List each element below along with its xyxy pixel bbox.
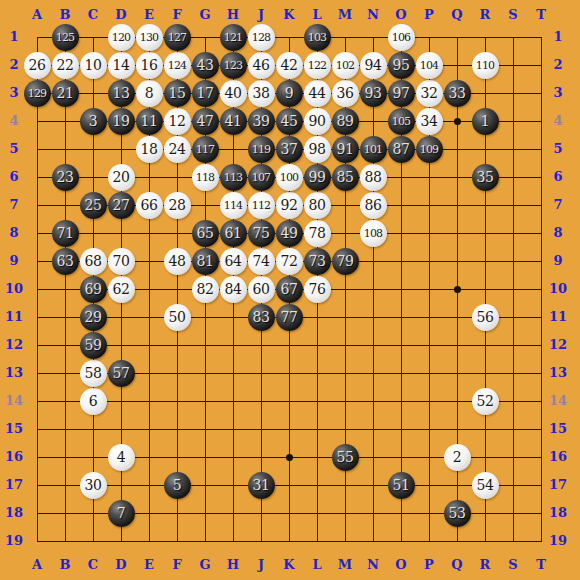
stone-white-50[interactable]: 50 <box>164 304 191 331</box>
stone-white-40[interactable]: 40 <box>220 80 247 107</box>
column-label-E: E <box>135 7 163 23</box>
stone-black-33[interactable]: 33 <box>444 80 471 107</box>
stone-white-28[interactable]: 28 <box>164 192 191 219</box>
stone-white-60[interactable]: 60 <box>248 276 275 303</box>
move-number-label: 14 <box>113 58 130 72</box>
move-number-label: 26 <box>29 58 46 72</box>
stone-black-17[interactable]: 17 <box>192 80 219 107</box>
move-number-label: 59 <box>85 338 102 352</box>
stone-white-70[interactable]: 70 <box>108 248 135 275</box>
move-number-label: 68 <box>85 254 102 268</box>
move-number-label: 64 <box>225 254 242 268</box>
stone-black-31[interactable]: 31 <box>248 472 275 499</box>
move-number-label: 36 <box>337 86 354 100</box>
move-number-label: 76 <box>309 282 326 296</box>
move-number-label: 83 <box>253 310 270 324</box>
move-number-label: 72 <box>281 254 298 268</box>
stone-white-24[interactable]: 24 <box>164 136 191 163</box>
move-number-label: 93 <box>365 86 382 100</box>
move-number-label: 120 <box>112 32 131 43</box>
column-label-T: T <box>527 7 555 23</box>
column-label-B: B <box>51 7 79 23</box>
move-number-label: 20 <box>113 170 130 184</box>
stone-white-66[interactable]: 66 <box>136 192 163 219</box>
stone-white-120[interactable]: 120 <box>108 24 135 51</box>
move-number-label: 29 <box>85 310 102 324</box>
stone-black-83[interactable]: 83 <box>248 304 275 331</box>
column-label-C: C <box>79 7 107 23</box>
stone-white-42[interactable]: 42 <box>276 52 303 79</box>
column-label-A: A <box>23 7 51 23</box>
stone-black-49[interactable]: 49 <box>276 220 303 247</box>
column-label-H: H <box>219 7 247 23</box>
stone-black-27[interactable]: 27 <box>108 192 135 219</box>
stone-black-15[interactable]: 15 <box>164 80 191 107</box>
stone-white-90[interactable]: 90 <box>304 108 331 135</box>
move-number-label: 47 <box>197 114 214 128</box>
move-number-label: 10 <box>85 58 102 72</box>
stone-white-62[interactable]: 62 <box>108 276 135 303</box>
column-labels-bottom: ABCDEFGHJKLMNOPQRST <box>23 557 555 573</box>
column-label-G: G <box>191 557 219 573</box>
move-number-label: 31 <box>253 478 270 492</box>
move-number-label: 98 <box>309 142 326 156</box>
stone-black-29[interactable]: 29 <box>80 304 107 331</box>
move-number-label: 106 <box>392 32 411 43</box>
stone-black-25[interactable]: 25 <box>80 192 107 219</box>
move-number-label: 128 <box>252 32 271 43</box>
column-labels-top: ABCDEFGHJKLMNOPQRST <box>23 7 555 23</box>
stone-black-117[interactable]: 117 <box>192 136 219 163</box>
column-label-M: M <box>331 557 359 573</box>
stone-black-23[interactable]: 23 <box>52 164 79 191</box>
move-number-label: 101 <box>364 144 383 155</box>
move-number-label: 123 <box>224 60 243 71</box>
column-label-L: L <box>303 7 331 23</box>
move-number-label: 104 <box>420 60 439 71</box>
move-number-label: 44 <box>309 86 326 100</box>
stone-black-59[interactable]: 59 <box>80 332 107 359</box>
stone-black-107[interactable]: 107 <box>248 164 275 191</box>
stone-white-128[interactable]: 128 <box>248 24 275 51</box>
column-label-K: K <box>275 557 303 573</box>
move-number-label: 97 <box>393 86 410 100</box>
stone-white-54[interactable]: 54 <box>472 472 499 499</box>
move-number-label: 28 <box>169 198 186 212</box>
stone-black-71[interactable]: 71 <box>52 220 79 247</box>
move-number-label: 50 <box>169 310 186 324</box>
move-number-label: 49 <box>281 226 298 240</box>
move-number-label: 87 <box>393 142 410 156</box>
stone-white-22[interactable]: 22 <box>52 52 79 79</box>
move-number-label: 103 <box>308 32 327 43</box>
move-number-label: 90 <box>309 114 326 128</box>
move-number-label: 33 <box>449 86 466 100</box>
stone-white-92[interactable]: 92 <box>276 192 303 219</box>
move-number-label: 15 <box>169 86 186 100</box>
column-label-N: N <box>359 7 387 23</box>
move-number-label: 18 <box>141 142 158 156</box>
stone-white-100[interactable]: 100 <box>276 164 303 191</box>
stone-black-93[interactable]: 93 <box>360 80 387 107</box>
move-number-label: 54 <box>477 478 494 492</box>
move-number-label: 102 <box>336 60 355 71</box>
stone-black-43[interactable]: 43 <box>192 52 219 79</box>
move-number-label: 51 <box>393 478 410 492</box>
stone-black-103[interactable]: 103 <box>304 24 331 51</box>
stone-white-108[interactable]: 108 <box>360 220 387 247</box>
move-number-label: 22 <box>57 58 74 72</box>
column-label-J: J <box>247 7 275 23</box>
move-number-label: 95 <box>393 58 410 72</box>
move-number-label: 67 <box>281 282 298 296</box>
move-number-label: 91 <box>337 142 354 156</box>
stone-white-122[interactable]: 122 <box>304 52 331 79</box>
stone-white-26[interactable]: 26 <box>24 52 51 79</box>
move-number-label: 74 <box>253 254 270 268</box>
stone-white-64[interactable]: 64 <box>220 248 247 275</box>
stone-white-76[interactable]: 76 <box>304 276 331 303</box>
column-label-O: O <box>387 557 415 573</box>
move-number-label: 119 <box>252 144 271 155</box>
column-label-B: B <box>51 557 79 573</box>
move-number-label: 112 <box>252 200 271 211</box>
move-number-label: 99 <box>309 170 326 184</box>
move-number-label: 46 <box>253 58 270 72</box>
stone-black-81[interactable]: 81 <box>192 248 219 275</box>
stone-black-1[interactable]: 1 <box>472 108 499 135</box>
stone-black-3[interactable]: 3 <box>80 108 107 135</box>
move-number-label: 130 <box>140 32 159 43</box>
stone-black-97[interactable]: 97 <box>388 80 415 107</box>
column-label-R: R <box>471 557 499 573</box>
stone-black-119[interactable]: 119 <box>248 136 275 163</box>
move-number-label: 85 <box>337 170 354 184</box>
column-label-M: M <box>331 7 359 23</box>
move-number-label: 11 <box>141 114 158 128</box>
column-label-S: S <box>499 7 527 23</box>
move-number-label: 9 <box>285 86 293 100</box>
move-number-label: 61 <box>225 226 242 240</box>
stone-black-127[interactable]: 127 <box>164 24 191 51</box>
move-number-label: 65 <box>197 226 214 240</box>
stone-white-46[interactable]: 46 <box>248 52 275 79</box>
stone-black-79[interactable]: 79 <box>332 248 359 275</box>
stone-white-12[interactable]: 12 <box>164 108 191 135</box>
stone-black-87[interactable]: 87 <box>388 136 415 163</box>
stone-black-51[interactable]: 51 <box>388 472 415 499</box>
stone-black-95[interactable]: 95 <box>388 52 415 79</box>
stone-white-118[interactable]: 118 <box>192 164 219 191</box>
move-number-label: 52 <box>477 394 494 408</box>
stone-white-74[interactable]: 74 <box>248 248 275 275</box>
stone-black-123[interactable]: 123 <box>220 52 247 79</box>
column-label-O: O <box>387 7 415 23</box>
move-number-label: 58 <box>85 366 102 380</box>
stone-white-104[interactable]: 104 <box>416 52 443 79</box>
move-number-label: 100 <box>280 172 299 183</box>
move-number-label: 73 <box>309 254 326 268</box>
move-number-label: 3 <box>89 114 97 128</box>
stone-white-4[interactable]: 4 <box>108 444 135 471</box>
stone-white-94[interactable]: 94 <box>360 52 387 79</box>
stone-white-88[interactable]: 88 <box>360 164 387 191</box>
column-label-F: F <box>163 557 191 573</box>
move-number-label: 63 <box>57 254 74 268</box>
stone-black-85[interactable]: 85 <box>332 164 359 191</box>
stone-black-99[interactable]: 99 <box>304 164 331 191</box>
stone-black-35[interactable]: 35 <box>472 164 499 191</box>
move-number-label: 107 <box>252 172 271 183</box>
go-board: ABCDEFGHJKLMNOPQRST ABCDEFGHJKLMNOPQRST … <box>0 0 580 580</box>
column-label-T: T <box>527 557 555 573</box>
move-number-label: 13 <box>113 86 130 100</box>
move-number-label: 12 <box>169 114 186 128</box>
move-number-label: 105 <box>392 116 411 127</box>
stone-white-78[interactable]: 78 <box>304 220 331 247</box>
stone-black-21[interactable]: 21 <box>52 80 79 107</box>
column-label-H: H <box>219 557 247 573</box>
stone-white-82[interactable]: 82 <box>192 276 219 303</box>
move-number-label: 122 <box>308 60 327 71</box>
move-number-label: 19 <box>113 114 130 128</box>
move-number-label: 114 <box>224 200 243 211</box>
move-number-label: 38 <box>253 86 270 100</box>
stone-black-67[interactable]: 67 <box>276 276 303 303</box>
stone-white-48[interactable]: 48 <box>164 248 191 275</box>
move-number-label: 8 <box>145 86 153 100</box>
stone-white-112[interactable]: 112 <box>248 192 275 219</box>
stone-black-19[interactable]: 19 <box>108 108 135 135</box>
move-number-label: 80 <box>309 198 326 212</box>
move-number-label: 24 <box>169 142 186 156</box>
move-number-label: 70 <box>113 254 130 268</box>
stone-black-5[interactable]: 5 <box>164 472 191 499</box>
stone-black-89[interactable]: 89 <box>332 108 359 135</box>
move-number-label: 94 <box>365 58 382 72</box>
column-label-S: S <box>499 557 527 573</box>
stone-white-102[interactable]: 102 <box>332 52 359 79</box>
stone-black-55[interactable]: 55 <box>332 444 359 471</box>
move-number-label: 121 <box>224 32 243 43</box>
stone-black-73[interactable]: 73 <box>304 248 331 275</box>
stone-white-52[interactable]: 52 <box>472 388 499 415</box>
move-number-label: 110 <box>476 60 495 71</box>
stone-white-6[interactable]: 6 <box>80 388 107 415</box>
column-label-P: P <box>415 557 443 573</box>
move-number-label: 57 <box>113 366 130 380</box>
move-number-label: 86 <box>365 198 382 212</box>
stone-black-45[interactable]: 45 <box>276 108 303 135</box>
stone-white-86[interactable]: 86 <box>360 192 387 219</box>
stone-white-10[interactable]: 10 <box>80 52 107 79</box>
move-number-label: 25 <box>85 198 102 212</box>
stone-white-114[interactable]: 114 <box>220 192 247 219</box>
stone-black-75[interactable]: 75 <box>248 220 275 247</box>
stone-white-84[interactable]: 84 <box>220 276 247 303</box>
move-number-label: 78 <box>309 226 326 240</box>
move-number-label: 16 <box>141 58 158 72</box>
move-number-label: 35 <box>477 170 494 184</box>
stone-white-2[interactable]: 2 <box>444 444 471 471</box>
column-label-P: P <box>415 7 443 23</box>
move-number-label: 88 <box>365 170 382 184</box>
stone-black-61[interactable]: 61 <box>220 220 247 247</box>
stone-black-37[interactable]: 37 <box>276 136 303 163</box>
column-label-J: J <box>247 557 275 573</box>
move-number-label: 60 <box>253 282 270 296</box>
stone-white-38[interactable]: 38 <box>248 80 275 107</box>
move-number-label: 42 <box>281 58 298 72</box>
move-number-label: 71 <box>57 226 74 240</box>
column-label-Q: Q <box>443 7 471 23</box>
stone-white-34[interactable]: 34 <box>416 108 443 135</box>
stone-white-32[interactable]: 32 <box>416 80 443 107</box>
stone-black-13[interactable]: 13 <box>108 80 135 107</box>
stone-black-101[interactable]: 101 <box>360 136 387 163</box>
stone-black-7[interactable]: 7 <box>108 500 135 527</box>
move-number-label: 4 <box>117 450 125 464</box>
move-number-label: 117 <box>196 144 215 155</box>
move-number-label: 81 <box>197 254 214 268</box>
move-number-label: 62 <box>113 282 130 296</box>
move-number-label: 89 <box>337 114 354 128</box>
move-number-label: 21 <box>57 86 74 100</box>
stones-layer: 1234567891011121314151617181920212223242… <box>23 23 555 555</box>
stone-white-58[interactable]: 58 <box>80 360 107 387</box>
column-label-D: D <box>107 557 135 573</box>
move-number-label: 113 <box>224 172 243 183</box>
stone-white-124[interactable]: 124 <box>164 52 191 79</box>
stone-white-72[interactable]: 72 <box>276 248 303 275</box>
stone-white-18[interactable]: 18 <box>136 136 163 163</box>
move-number-label: 55 <box>337 450 354 464</box>
move-number-label: 40 <box>225 86 242 100</box>
move-number-label: 53 <box>449 506 466 520</box>
move-number-label: 23 <box>57 170 74 184</box>
column-label-N: N <box>359 557 387 573</box>
stone-black-39[interactable]: 39 <box>248 108 275 135</box>
stone-black-129[interactable]: 129 <box>24 80 51 107</box>
move-number-label: 69 <box>85 282 102 296</box>
move-number-label: 84 <box>225 282 242 296</box>
stone-white-14[interactable]: 14 <box>108 52 135 79</box>
column-label-L: L <box>303 557 331 573</box>
column-label-F: F <box>163 7 191 23</box>
stone-white-56[interactable]: 56 <box>472 304 499 331</box>
move-number-label: 109 <box>420 144 439 155</box>
move-number-label: 5 <box>173 478 181 492</box>
move-number-label: 79 <box>337 254 354 268</box>
move-number-label: 127 <box>168 32 187 43</box>
move-number-label: 125 <box>56 32 75 43</box>
stone-white-30[interactable]: 30 <box>80 472 107 499</box>
move-number-label: 77 <box>281 310 298 324</box>
stone-black-121[interactable]: 121 <box>220 24 247 51</box>
move-number-label: 124 <box>168 60 187 71</box>
stone-black-53[interactable]: 53 <box>444 500 471 527</box>
move-number-label: 2 <box>453 450 461 464</box>
move-number-label: 37 <box>281 142 298 156</box>
stone-white-36[interactable]: 36 <box>332 80 359 107</box>
column-label-A: A <box>23 557 51 573</box>
move-number-label: 39 <box>253 114 270 128</box>
stone-black-113[interactable]: 113 <box>220 164 247 191</box>
move-number-label: 75 <box>253 226 270 240</box>
move-number-label: 41 <box>225 114 242 128</box>
stone-white-98[interactable]: 98 <box>304 136 331 163</box>
stone-white-130[interactable]: 130 <box>136 24 163 51</box>
stone-black-41[interactable]: 41 <box>220 108 247 135</box>
column-label-K: K <box>275 7 303 23</box>
stone-black-125[interactable]: 125 <box>52 24 79 51</box>
stone-black-77[interactable]: 77 <box>276 304 303 331</box>
move-number-label: 27 <box>113 198 130 212</box>
stone-white-80[interactable]: 80 <box>304 192 331 219</box>
stone-black-91[interactable]: 91 <box>332 136 359 163</box>
move-number-label: 30 <box>85 478 102 492</box>
column-label-E: E <box>135 557 163 573</box>
stone-white-44[interactable]: 44 <box>304 80 331 107</box>
stone-black-11[interactable]: 11 <box>136 108 163 135</box>
stone-black-9[interactable]: 9 <box>276 80 303 107</box>
column-label-Q: Q <box>443 557 471 573</box>
stone-white-20[interactable]: 20 <box>108 164 135 191</box>
move-number-label: 6 <box>89 394 97 408</box>
column-label-R: R <box>471 7 499 23</box>
move-number-label: 7 <box>117 506 125 520</box>
stone-black-105[interactable]: 105 <box>388 108 415 135</box>
stone-black-69[interactable]: 69 <box>80 276 107 303</box>
column-label-G: G <box>191 7 219 23</box>
stone-white-68[interactable]: 68 <box>80 248 107 275</box>
move-number-label: 82 <box>197 282 214 296</box>
move-number-label: 92 <box>281 198 298 212</box>
column-label-C: C <box>79 557 107 573</box>
move-number-label: 45 <box>281 114 298 128</box>
move-number-label: 17 <box>197 86 214 100</box>
move-number-label: 48 <box>169 254 186 268</box>
move-number-label: 108 <box>364 228 383 239</box>
move-number-label: 118 <box>196 172 215 183</box>
move-number-label: 32 <box>421 86 438 100</box>
stone-black-109[interactable]: 109 <box>416 136 443 163</box>
stone-black-63[interactable]: 63 <box>52 248 79 275</box>
stone-black-65[interactable]: 65 <box>192 220 219 247</box>
stone-white-16[interactable]: 16 <box>136 52 163 79</box>
move-number-label: 56 <box>477 310 494 324</box>
stone-white-8[interactable]: 8 <box>136 80 163 107</box>
move-number-label: 34 <box>421 114 438 128</box>
stone-white-106[interactable]: 106 <box>388 24 415 51</box>
move-number-label: 43 <box>197 58 214 72</box>
column-label-D: D <box>107 7 135 23</box>
move-number-label: 129 <box>28 88 47 99</box>
stone-black-47[interactable]: 47 <box>192 108 219 135</box>
stone-black-57[interactable]: 57 <box>108 360 135 387</box>
move-number-label: 66 <box>141 198 158 212</box>
move-number-label: 1 <box>481 114 489 128</box>
stone-white-110[interactable]: 110 <box>472 52 499 79</box>
